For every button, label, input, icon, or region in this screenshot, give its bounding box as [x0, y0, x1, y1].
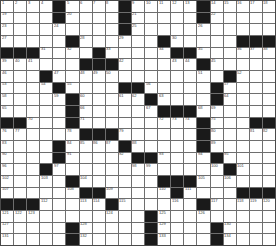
white-cell[interactable]: 115: [119, 199, 131, 210]
white-cell[interactable]: 9: [132, 1, 144, 12]
white-cell[interactable]: [27, 141, 39, 152]
white-cell[interactable]: [40, 188, 52, 199]
white-cell[interactable]: [93, 36, 105, 47]
white-cell[interactable]: [93, 94, 105, 105]
white-cell[interactable]: 41: [27, 59, 39, 70]
white-cell[interactable]: 106: [224, 176, 236, 187]
white-cell[interactable]: [184, 199, 196, 210]
white-cell[interactable]: [237, 83, 249, 94]
white-cell[interactable]: [119, 106, 131, 117]
white-cell[interactable]: 16: [237, 1, 249, 12]
white-cell[interactable]: [263, 223, 275, 234]
white-cell[interactable]: [171, 71, 183, 82]
white-cell[interactable]: 46: [1, 71, 13, 82]
white-cell[interactable]: [237, 94, 249, 105]
white-cell[interactable]: 90: [1, 153, 13, 164]
white-cell[interactable]: [27, 13, 39, 24]
white-cell[interactable]: 63: [158, 94, 170, 105]
white-cell[interactable]: [119, 211, 131, 222]
white-cell[interactable]: [14, 71, 26, 82]
white-cell[interactable]: 50: [106, 71, 118, 82]
white-cell[interactable]: [40, 13, 52, 24]
white-cell[interactable]: [184, 141, 196, 152]
white-cell[interactable]: 119: [250, 199, 262, 210]
white-cell[interactable]: [93, 176, 105, 187]
white-cell[interactable]: [250, 94, 262, 105]
white-cell[interactable]: [184, 234, 196, 245]
white-cell[interactable]: [263, 71, 275, 82]
white-cell[interactable]: 26: [197, 24, 209, 35]
white-cell[interactable]: [145, 176, 157, 187]
white-cell[interactable]: [171, 153, 183, 164]
white-cell[interactable]: [197, 36, 209, 47]
white-cell[interactable]: 48: [80, 71, 92, 82]
white-cell[interactable]: 32: [66, 48, 78, 59]
white-cell[interactable]: [80, 48, 92, 59]
white-cell[interactable]: [80, 83, 92, 94]
white-cell[interactable]: 92: [119, 153, 131, 164]
white-cell[interactable]: 88: [132, 141, 144, 152]
white-cell[interactable]: [184, 71, 196, 82]
white-cell[interactable]: [119, 71, 131, 82]
white-cell[interactable]: [119, 223, 131, 234]
white-cell[interactable]: 77: [14, 129, 26, 140]
white-cell[interactable]: 76: [1, 129, 13, 140]
white-cell[interactable]: [171, 234, 183, 245]
white-cell[interactable]: [40, 211, 52, 222]
white-cell[interactable]: 1: [1, 1, 13, 12]
white-cell[interactable]: 47: [53, 71, 65, 82]
white-cell[interactable]: [40, 223, 52, 234]
white-cell[interactable]: [250, 83, 262, 94]
white-cell[interactable]: [211, 24, 223, 35]
white-cell[interactable]: 98: [132, 164, 144, 175]
white-cell[interactable]: [132, 59, 144, 70]
white-cell[interactable]: [40, 36, 52, 47]
white-cell[interactable]: 36: [237, 48, 249, 59]
white-cell[interactable]: [132, 118, 144, 129]
white-cell[interactable]: [27, 153, 39, 164]
white-cell[interactable]: [93, 223, 105, 234]
white-cell[interactable]: 105: [197, 176, 209, 187]
white-cell[interactable]: [184, 223, 196, 234]
white-cell[interactable]: 80: [211, 129, 223, 140]
white-cell[interactable]: 56: [145, 83, 157, 94]
white-cell[interactable]: 10: [145, 1, 157, 12]
white-cell[interactable]: 52: [237, 71, 249, 82]
white-cell[interactable]: [184, 36, 196, 47]
white-cell[interactable]: [263, 24, 275, 35]
white-cell[interactable]: [93, 24, 105, 35]
white-cell[interactable]: 2: [14, 1, 26, 12]
white-cell[interactable]: [93, 83, 105, 94]
white-cell[interactable]: 54: [40, 83, 52, 94]
white-cell[interactable]: [119, 188, 131, 199]
white-cell[interactable]: [145, 188, 157, 199]
white-cell[interactable]: 21: [132, 13, 144, 24]
white-cell[interactable]: [263, 234, 275, 245]
white-cell[interactable]: [211, 48, 223, 59]
white-cell[interactable]: 59: [53, 94, 65, 105]
white-cell[interactable]: 71: [80, 118, 92, 129]
white-cell[interactable]: [224, 36, 236, 47]
white-cell[interactable]: 13: [184, 1, 196, 12]
white-cell[interactable]: 49: [93, 71, 105, 82]
white-cell[interactable]: 123: [27, 211, 39, 222]
white-cell[interactable]: 64: [224, 94, 236, 105]
white-cell[interactable]: 93: [158, 153, 170, 164]
white-cell[interactable]: 8: [106, 1, 118, 12]
white-cell[interactable]: [224, 118, 236, 129]
white-cell[interactable]: [53, 106, 65, 117]
white-cell[interactable]: [184, 83, 196, 94]
white-cell[interactable]: [250, 141, 262, 152]
white-cell[interactable]: [211, 71, 223, 82]
white-cell[interactable]: 102: [1, 176, 13, 187]
white-cell[interactable]: 103: [40, 176, 52, 187]
white-cell[interactable]: 120: [263, 199, 275, 210]
white-cell[interactable]: 97: [53, 164, 65, 175]
white-cell[interactable]: [132, 211, 144, 222]
white-cell[interactable]: [119, 234, 131, 245]
white-cell[interactable]: 28: [80, 36, 92, 47]
white-cell[interactable]: 30: [171, 36, 183, 47]
white-cell[interactable]: [93, 153, 105, 164]
white-cell[interactable]: [27, 234, 39, 245]
white-cell[interactable]: [224, 211, 236, 222]
white-cell[interactable]: [145, 13, 157, 24]
white-cell[interactable]: [211, 211, 223, 222]
white-cell[interactable]: [250, 223, 262, 234]
white-cell[interactable]: [93, 118, 105, 129]
white-cell[interactable]: 125: [158, 211, 170, 222]
white-cell[interactable]: [27, 83, 39, 94]
white-cell[interactable]: [66, 24, 78, 35]
white-cell[interactable]: 79: [119, 129, 131, 140]
white-cell[interactable]: 109: [106, 188, 118, 199]
white-cell[interactable]: 20: [66, 13, 78, 24]
white-cell[interactable]: [40, 94, 52, 105]
white-cell[interactable]: [132, 199, 144, 210]
white-cell[interactable]: 38: [263, 48, 275, 59]
white-cell[interactable]: 61: [119, 94, 131, 105]
white-cell[interactable]: [224, 188, 236, 199]
white-cell[interactable]: [184, 129, 196, 140]
white-cell[interactable]: [14, 141, 26, 152]
white-cell[interactable]: [184, 13, 196, 24]
white-cell[interactable]: 14: [211, 1, 223, 12]
white-cell[interactable]: [119, 48, 131, 59]
white-cell[interactable]: [27, 129, 39, 140]
white-cell[interactable]: 122: [14, 211, 26, 222]
white-cell[interactable]: [14, 164, 26, 175]
white-cell[interactable]: [145, 24, 157, 35]
white-cell[interactable]: 60: [80, 94, 92, 105]
white-cell[interactable]: [40, 106, 52, 117]
white-cell[interactable]: 57: [224, 83, 236, 94]
white-cell[interactable]: [224, 199, 236, 210]
white-cell[interactable]: 31: [40, 48, 52, 59]
white-cell[interactable]: [14, 223, 26, 234]
white-cell[interactable]: [184, 164, 196, 175]
white-cell[interactable]: [158, 129, 170, 140]
white-cell[interactable]: [53, 211, 65, 222]
white-cell[interactable]: [158, 24, 170, 35]
white-cell[interactable]: [211, 188, 223, 199]
white-cell[interactable]: 95: [224, 153, 236, 164]
white-cell[interactable]: [132, 176, 144, 187]
white-cell[interactable]: [237, 106, 249, 117]
white-cell[interactable]: 81: [250, 129, 262, 140]
white-cell[interactable]: 33: [106, 48, 118, 59]
white-cell[interactable]: [40, 153, 52, 164]
white-cell[interactable]: [263, 141, 275, 152]
white-cell[interactable]: 72: [158, 118, 170, 129]
white-cell[interactable]: [158, 83, 170, 94]
white-cell[interactable]: [250, 24, 262, 35]
white-cell[interactable]: [27, 71, 39, 82]
white-cell[interactable]: [40, 59, 52, 70]
white-cell[interactable]: [14, 106, 26, 117]
white-cell[interactable]: [184, 24, 196, 35]
white-cell[interactable]: [14, 13, 26, 24]
white-cell[interactable]: [263, 83, 275, 94]
white-cell[interactable]: [27, 188, 39, 199]
white-cell[interactable]: [250, 106, 262, 117]
white-cell[interactable]: [197, 223, 209, 234]
white-cell[interactable]: 5: [66, 1, 78, 12]
white-cell[interactable]: [171, 129, 183, 140]
white-cell[interactable]: [211, 176, 223, 187]
white-cell[interactable]: [263, 94, 275, 105]
white-cell[interactable]: 15: [224, 1, 236, 12]
white-cell[interactable]: 89: [211, 141, 223, 152]
white-cell[interactable]: 131: [1, 234, 13, 245]
white-cell[interactable]: 124: [106, 211, 118, 222]
white-cell[interactable]: [132, 223, 144, 234]
white-cell[interactable]: [40, 24, 52, 35]
white-cell[interactable]: [263, 59, 275, 70]
white-cell[interactable]: 19: [1, 13, 13, 24]
white-cell[interactable]: [250, 176, 262, 187]
white-cell[interactable]: [14, 176, 26, 187]
white-cell[interactable]: [53, 118, 65, 129]
white-cell[interactable]: [237, 24, 249, 35]
white-cell[interactable]: 108: [66, 188, 78, 199]
white-cell[interactable]: 12: [171, 1, 183, 12]
white-cell[interactable]: [197, 188, 209, 199]
white-cell[interactable]: 128: [80, 223, 92, 234]
white-cell[interactable]: [145, 59, 157, 70]
white-cell[interactable]: [237, 13, 249, 24]
white-cell[interactable]: [158, 71, 170, 82]
white-cell[interactable]: [66, 199, 78, 210]
white-cell[interactable]: [237, 59, 249, 70]
white-cell[interactable]: [106, 24, 118, 35]
white-cell[interactable]: [263, 176, 275, 187]
white-cell[interactable]: [132, 71, 144, 82]
white-cell[interactable]: 37: [250, 48, 262, 59]
white-cell[interactable]: [171, 24, 183, 35]
white-cell[interactable]: [14, 83, 26, 94]
white-cell[interactable]: 51: [197, 71, 209, 82]
white-cell[interactable]: [27, 94, 39, 105]
white-cell[interactable]: [250, 13, 262, 24]
white-cell[interactable]: [197, 164, 209, 175]
white-cell[interactable]: [53, 59, 65, 70]
white-cell[interactable]: [27, 223, 39, 234]
white-cell[interactable]: [53, 36, 65, 47]
white-cell[interactable]: [145, 141, 157, 152]
white-cell[interactable]: [53, 188, 65, 199]
white-cell[interactable]: 22: [211, 13, 223, 24]
white-cell[interactable]: 62: [132, 94, 144, 105]
white-cell[interactable]: 67: [145, 106, 157, 117]
white-cell[interactable]: 130: [224, 223, 236, 234]
white-cell[interactable]: [119, 164, 131, 175]
white-cell[interactable]: 87: [106, 141, 118, 152]
white-cell[interactable]: [53, 129, 65, 140]
white-cell[interactable]: 17: [250, 1, 262, 12]
white-cell[interactable]: [132, 106, 144, 117]
white-cell[interactable]: [224, 59, 236, 70]
white-cell[interactable]: [197, 234, 209, 245]
white-cell[interactable]: [250, 234, 262, 245]
white-cell[interactable]: 24: [53, 24, 65, 35]
white-cell[interactable]: [132, 188, 144, 199]
white-cell[interactable]: [27, 176, 39, 187]
white-cell[interactable]: [158, 141, 170, 152]
white-cell[interactable]: [14, 153, 26, 164]
white-cell[interactable]: [145, 71, 157, 82]
white-cell[interactable]: [263, 164, 275, 175]
white-cell[interactable]: [132, 48, 144, 59]
white-cell[interactable]: [158, 199, 170, 210]
white-cell[interactable]: [237, 176, 249, 187]
white-cell[interactable]: [40, 118, 52, 129]
white-cell[interactable]: [171, 83, 183, 94]
white-cell[interactable]: 121: [1, 211, 13, 222]
white-cell[interactable]: [224, 129, 236, 140]
white-cell[interactable]: [171, 94, 183, 105]
white-cell[interactable]: [171, 13, 183, 24]
white-cell[interactable]: [93, 211, 105, 222]
white-cell[interactable]: 58: [1, 94, 13, 105]
white-cell[interactable]: [184, 211, 196, 222]
white-cell[interactable]: [66, 164, 78, 175]
white-cell[interactable]: [106, 118, 118, 129]
white-cell[interactable]: 111: [184, 188, 196, 199]
white-cell[interactable]: [250, 211, 262, 222]
white-cell[interactable]: 82: [263, 129, 275, 140]
white-cell[interactable]: 68: [197, 106, 209, 117]
white-cell[interactable]: [27, 164, 39, 175]
white-cell[interactable]: [14, 36, 26, 47]
white-cell[interactable]: 7: [93, 1, 105, 12]
white-cell[interactable]: [14, 94, 26, 105]
white-cell[interactable]: [224, 24, 236, 35]
white-cell[interactable]: 18: [263, 1, 275, 12]
white-cell[interactable]: 75: [211, 118, 223, 129]
white-cell[interactable]: [158, 59, 170, 70]
white-cell[interactable]: [106, 36, 118, 47]
white-cell[interactable]: 83: [1, 141, 13, 152]
white-cell[interactable]: [224, 48, 236, 59]
white-cell[interactable]: 91: [66, 153, 78, 164]
white-cell[interactable]: 25: [132, 24, 144, 35]
white-cell[interactable]: 134: [224, 234, 236, 245]
white-cell[interactable]: [106, 164, 118, 175]
white-cell[interactable]: [224, 141, 236, 152]
white-cell[interactable]: [263, 106, 275, 117]
white-cell[interactable]: [197, 94, 209, 105]
white-cell[interactable]: [80, 153, 92, 164]
white-cell[interactable]: 118: [237, 199, 249, 210]
white-cell[interactable]: [171, 223, 183, 234]
white-cell[interactable]: [119, 176, 131, 187]
white-cell[interactable]: 129: [158, 223, 170, 234]
white-cell[interactable]: [237, 211, 249, 222]
white-cell[interactable]: 94: [197, 153, 209, 164]
white-cell[interactable]: [237, 118, 249, 129]
white-cell[interactable]: 44: [184, 59, 196, 70]
white-cell[interactable]: 42: [119, 59, 131, 70]
white-cell[interactable]: [66, 211, 78, 222]
white-cell[interactable]: [211, 36, 223, 47]
white-cell[interactable]: 66: [80, 106, 92, 117]
white-cell[interactable]: [14, 234, 26, 245]
white-cell[interactable]: [237, 141, 249, 152]
white-cell[interactable]: 85: [80, 141, 92, 152]
white-cell[interactable]: 34: [158, 48, 170, 59]
white-cell[interactable]: [80, 13, 92, 24]
white-cell[interactable]: [145, 118, 157, 129]
white-cell[interactable]: [171, 141, 183, 152]
white-cell[interactable]: [184, 153, 196, 164]
white-cell[interactable]: [263, 211, 275, 222]
white-cell[interactable]: [132, 234, 144, 245]
white-cell[interactable]: [250, 59, 262, 70]
white-cell[interactable]: [66, 59, 78, 70]
white-cell[interactable]: [106, 106, 118, 117]
white-cell[interactable]: [93, 234, 105, 245]
white-cell[interactable]: 104: [80, 176, 92, 187]
white-cell[interactable]: 114: [93, 199, 105, 210]
white-cell[interactable]: 40: [14, 59, 26, 70]
white-cell[interactable]: [224, 13, 236, 24]
white-cell[interactable]: 78: [66, 129, 78, 140]
white-cell[interactable]: [66, 71, 78, 82]
white-cell[interactable]: [53, 48, 65, 59]
white-cell[interactable]: [250, 164, 262, 175]
white-cell[interactable]: [145, 36, 157, 47]
white-cell[interactable]: [80, 24, 92, 35]
white-cell[interactable]: [53, 199, 65, 210]
white-cell[interactable]: [145, 129, 157, 140]
white-cell[interactable]: [14, 24, 26, 35]
white-cell[interactable]: 117: [211, 199, 223, 210]
white-cell[interactable]: 99: [145, 164, 157, 175]
white-cell[interactable]: 4: [40, 1, 52, 12]
white-cell[interactable]: [132, 129, 144, 140]
white-cell[interactable]: [197, 83, 209, 94]
white-cell[interactable]: 45: [211, 59, 223, 70]
white-cell[interactable]: 65: [1, 106, 13, 117]
white-cell[interactable]: [106, 223, 118, 234]
white-cell[interactable]: [27, 106, 39, 117]
white-cell[interactable]: [27, 24, 39, 35]
white-cell[interactable]: [250, 153, 262, 164]
